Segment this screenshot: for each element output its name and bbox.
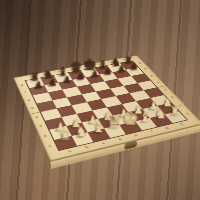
white-knight-g1[interactable]: ♞ (153, 107, 168, 121)
product-photo-scene: abcdefgh abcdefgh 87654321 87654321 ♜♞♝♛… (0, 0, 200, 200)
coord-label-3: 3 (36, 121, 47, 132)
white-queen-d1[interactable]: ♛ (107, 112, 123, 131)
white-rook-h1[interactable]: ♜ (168, 104, 183, 117)
coord-label-2: 2 (40, 130, 51, 141)
clasp-latch (125, 142, 136, 149)
white-knight-b1[interactable]: ♞ (74, 124, 90, 139)
coord-label-1: 1 (44, 140, 56, 152)
white-king-e1[interactable]: ♚ (123, 108, 138, 128)
white-bishop-c1[interactable]: ♝ (91, 119, 107, 135)
coord-label-4: 4 (31, 112, 41, 122)
coord-label-5: 5 (28, 104, 38, 114)
white-bishop-f1[interactable]: ♝ (138, 109, 153, 124)
white-rook-a1[interactable]: ♜ (57, 129, 73, 143)
